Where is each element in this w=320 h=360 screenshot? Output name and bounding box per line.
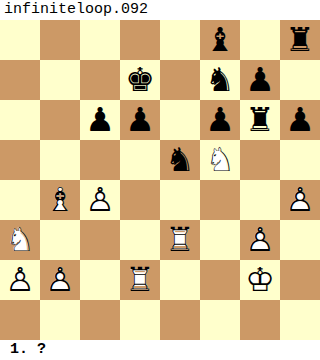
square-e8[interactable] bbox=[160, 20, 200, 60]
square-d2[interactable]: ♜♖ bbox=[120, 260, 160, 300]
piece-black-pawn: ♟ bbox=[280, 100, 320, 140]
square-b2[interactable]: ♟♙ bbox=[40, 260, 80, 300]
piece-black-rook: ♜ bbox=[280, 20, 320, 60]
piece-white-rook: ♜♖ bbox=[120, 260, 160, 300]
piece-black-king: ♚ bbox=[120, 60, 160, 100]
square-d3[interactable] bbox=[120, 220, 160, 260]
square-h4[interactable]: ♟♙ bbox=[280, 180, 320, 220]
square-f3[interactable] bbox=[200, 220, 240, 260]
piece-outline: ♗ bbox=[40, 180, 80, 220]
piece-white-pawn: ♟♙ bbox=[240, 220, 280, 260]
square-g1[interactable] bbox=[240, 300, 280, 340]
square-a7[interactable] bbox=[0, 60, 40, 100]
square-a4[interactable] bbox=[0, 180, 40, 220]
square-f1[interactable] bbox=[200, 300, 240, 340]
square-f7[interactable]: ♞ bbox=[200, 60, 240, 100]
square-d8[interactable] bbox=[120, 20, 160, 60]
square-g8[interactable] bbox=[240, 20, 280, 60]
puzzle-title: infiniteloop.092 bbox=[0, 0, 320, 20]
square-g6[interactable]: ♜ bbox=[240, 100, 280, 140]
piece-solid: ♝ bbox=[200, 20, 240, 60]
piece-black-pawn: ♟ bbox=[240, 60, 280, 100]
piece-solid: ♞ bbox=[160, 140, 200, 180]
square-e2[interactable] bbox=[160, 260, 200, 300]
square-d7[interactable]: ♚ bbox=[120, 60, 160, 100]
square-c1[interactable] bbox=[80, 300, 120, 340]
piece-black-bishop: ♝ bbox=[200, 20, 240, 60]
square-g3[interactable]: ♟♙ bbox=[240, 220, 280, 260]
piece-outline: ♘ bbox=[200, 140, 240, 180]
piece-black-pawn: ♟ bbox=[200, 100, 240, 140]
chess-diagram-page: infiniteloop.092 ♝♜♚♞♟♟♟♟♜♟♞♞♘♝♗♟♙♟♙♞♘♜♖… bbox=[0, 0, 320, 360]
square-d4[interactable] bbox=[120, 180, 160, 220]
piece-outline: ♖ bbox=[160, 220, 200, 260]
square-f6[interactable]: ♟ bbox=[200, 100, 240, 140]
square-a8[interactable] bbox=[0, 20, 40, 60]
square-h7[interactable] bbox=[280, 60, 320, 100]
piece-outline: ♖ bbox=[120, 260, 160, 300]
piece-white-knight: ♞♘ bbox=[200, 140, 240, 180]
square-c8[interactable] bbox=[80, 20, 120, 60]
square-b4[interactable]: ♝♗ bbox=[40, 180, 80, 220]
piece-white-rook: ♜♖ bbox=[160, 220, 200, 260]
piece-solid: ♟ bbox=[200, 100, 240, 140]
square-e7[interactable] bbox=[160, 60, 200, 100]
square-f2[interactable] bbox=[200, 260, 240, 300]
square-e5[interactable]: ♞ bbox=[160, 140, 200, 180]
square-d1[interactable] bbox=[120, 300, 160, 340]
square-c4[interactable]: ♟♙ bbox=[80, 180, 120, 220]
square-e6[interactable] bbox=[160, 100, 200, 140]
square-a6[interactable] bbox=[0, 100, 40, 140]
square-h5[interactable] bbox=[280, 140, 320, 180]
square-c2[interactable] bbox=[80, 260, 120, 300]
piece-outline: ♔ bbox=[240, 260, 280, 300]
square-f4[interactable] bbox=[200, 180, 240, 220]
piece-white-king: ♚♔ bbox=[240, 260, 280, 300]
piece-solid: ♟ bbox=[80, 100, 120, 140]
piece-outline: ♙ bbox=[80, 180, 120, 220]
piece-white-pawn: ♟♙ bbox=[0, 260, 40, 300]
piece-outline: ♙ bbox=[0, 260, 40, 300]
square-d5[interactable] bbox=[120, 140, 160, 180]
square-h2[interactable] bbox=[280, 260, 320, 300]
move-prompt: 1. ? bbox=[0, 340, 320, 360]
square-g5[interactable] bbox=[240, 140, 280, 180]
square-f8[interactable]: ♝ bbox=[200, 20, 240, 60]
piece-solid: ♞ bbox=[200, 60, 240, 100]
square-g7[interactable]: ♟ bbox=[240, 60, 280, 100]
square-h3[interactable] bbox=[280, 220, 320, 260]
piece-outline: ♙ bbox=[40, 260, 80, 300]
square-h8[interactable]: ♜ bbox=[280, 20, 320, 60]
piece-solid: ♚ bbox=[120, 60, 160, 100]
piece-white-knight: ♞♘ bbox=[0, 220, 40, 260]
square-d6[interactable]: ♟ bbox=[120, 100, 160, 140]
square-a5[interactable] bbox=[0, 140, 40, 180]
square-b5[interactable] bbox=[40, 140, 80, 180]
piece-solid: ♟ bbox=[280, 100, 320, 140]
square-a3[interactable]: ♞♘ bbox=[0, 220, 40, 260]
square-e4[interactable] bbox=[160, 180, 200, 220]
piece-outline: ♘ bbox=[0, 220, 40, 260]
square-e1[interactable] bbox=[160, 300, 200, 340]
square-c5[interactable] bbox=[80, 140, 120, 180]
piece-white-bishop: ♝♗ bbox=[40, 180, 80, 220]
piece-black-pawn: ♟ bbox=[120, 100, 160, 140]
square-h6[interactable]: ♟ bbox=[280, 100, 320, 140]
square-g4[interactable] bbox=[240, 180, 280, 220]
piece-outline: ♙ bbox=[240, 220, 280, 260]
square-b3[interactable] bbox=[40, 220, 80, 260]
square-c6[interactable]: ♟ bbox=[80, 100, 120, 140]
square-b8[interactable] bbox=[40, 20, 80, 60]
piece-solid: ♜ bbox=[240, 100, 280, 140]
piece-solid: ♟ bbox=[120, 100, 160, 140]
square-f5[interactable]: ♞♘ bbox=[200, 140, 240, 180]
piece-black-pawn: ♟ bbox=[80, 100, 120, 140]
piece-black-knight: ♞ bbox=[160, 140, 200, 180]
square-b1[interactable] bbox=[40, 300, 80, 340]
piece-black-rook: ♜ bbox=[240, 100, 280, 140]
piece-solid: ♜ bbox=[280, 20, 320, 60]
chess-board: ♝♜♚♞♟♟♟♟♜♟♞♞♘♝♗♟♙♟♙♞♘♜♖♟♙♟♙♟♙♜♖♚♔ bbox=[0, 20, 320, 340]
square-c3[interactable] bbox=[80, 220, 120, 260]
square-b6[interactable] bbox=[40, 100, 80, 140]
square-e3[interactable]: ♜♖ bbox=[160, 220, 200, 260]
square-a2[interactable]: ♟♙ bbox=[0, 260, 40, 300]
piece-white-pawn: ♟♙ bbox=[40, 260, 80, 300]
piece-black-knight: ♞ bbox=[200, 60, 240, 100]
square-c7[interactable] bbox=[80, 60, 120, 100]
piece-solid: ♟ bbox=[240, 60, 280, 100]
square-b7[interactable] bbox=[40, 60, 80, 100]
piece-white-pawn: ♟♙ bbox=[280, 180, 320, 220]
piece-outline: ♙ bbox=[280, 180, 320, 220]
piece-white-pawn: ♟♙ bbox=[80, 180, 120, 220]
square-a1[interactable] bbox=[0, 300, 40, 340]
square-h1[interactable] bbox=[280, 300, 320, 340]
square-g2[interactable]: ♚♔ bbox=[240, 260, 280, 300]
